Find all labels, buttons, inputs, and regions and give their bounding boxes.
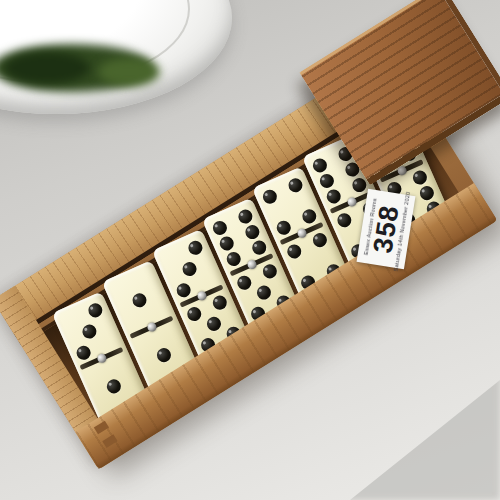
pip <box>130 291 148 309</box>
pip <box>211 219 229 237</box>
pip <box>311 156 329 174</box>
pip <box>300 207 318 225</box>
pip <box>185 305 203 323</box>
pip <box>274 219 292 237</box>
pip <box>411 168 429 186</box>
pip <box>335 211 353 229</box>
pip <box>236 207 254 225</box>
pip <box>155 346 173 364</box>
pip <box>261 262 279 280</box>
photo-of-domino-box: Essex Auction Rooms 358 Saturday 14th No… <box>0 0 500 500</box>
pip <box>250 238 268 256</box>
pip <box>218 234 236 252</box>
pip <box>318 172 336 190</box>
pip <box>205 315 223 333</box>
pip <box>174 281 192 299</box>
pip <box>255 283 273 301</box>
pip <box>180 260 198 278</box>
pip <box>311 231 329 249</box>
pip <box>86 301 104 319</box>
pip <box>105 377 123 395</box>
green-salad-blur <box>4 52 90 84</box>
pip <box>418 184 436 202</box>
pip <box>80 322 98 340</box>
pip <box>286 176 304 194</box>
green-salad-blur <box>98 58 160 86</box>
pip <box>285 242 303 260</box>
pip <box>325 187 343 205</box>
pip <box>235 274 253 292</box>
pip <box>211 293 229 311</box>
pip <box>224 250 242 268</box>
pip <box>243 223 261 241</box>
pip <box>186 239 204 257</box>
pip <box>261 187 279 205</box>
pip <box>74 344 92 362</box>
